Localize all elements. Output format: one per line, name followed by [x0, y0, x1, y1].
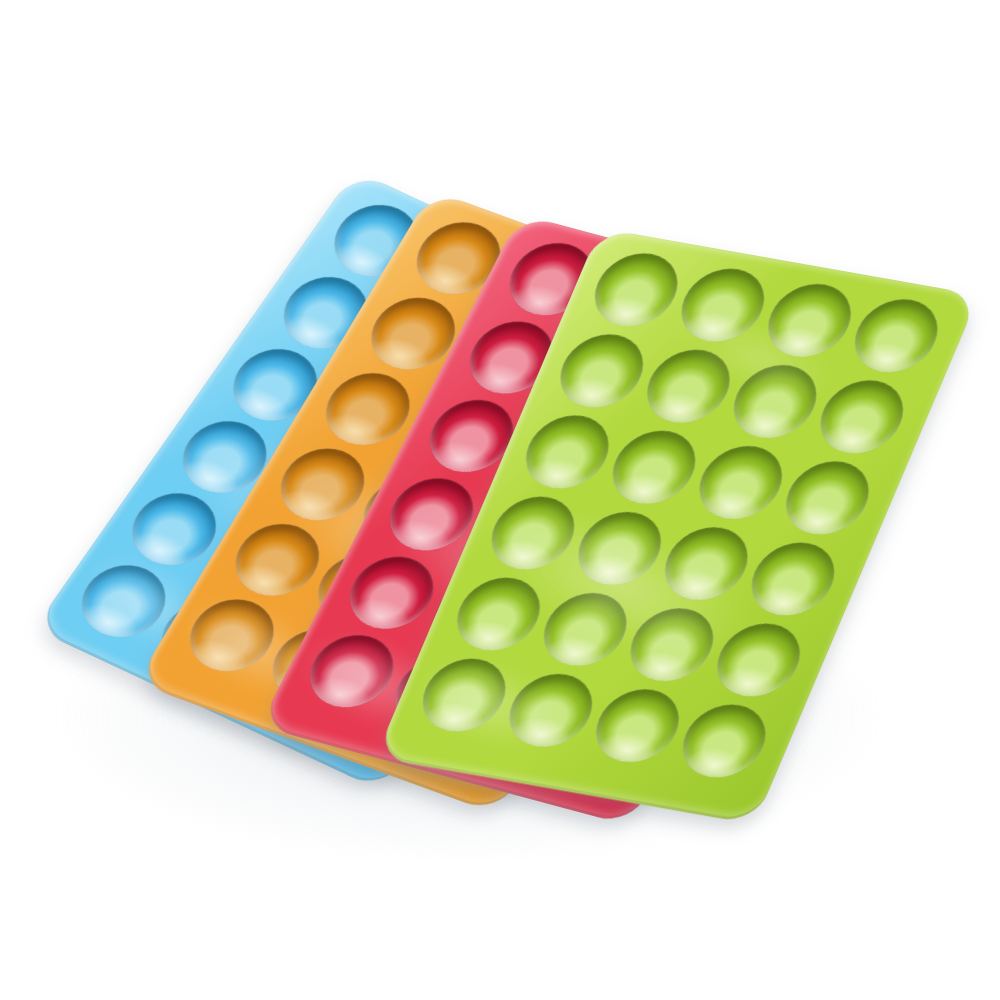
muffin-cup-cavity	[739, 536, 846, 621]
muffin-cup-cavity	[479, 490, 586, 575]
muffin-cup-cavity	[514, 409, 621, 494]
muffin-cup-cavity	[497, 668, 604, 753]
muffin-cup-cavity	[411, 652, 518, 737]
product-photo	[0, 0, 1000, 1000]
muffin-cup-cavity	[445, 571, 552, 656]
muffin-cup-cavity	[548, 328, 655, 413]
muffin-cup-cavity	[843, 293, 950, 378]
muffin-cup-cavity	[618, 602, 725, 687]
muffin-cup-cavity	[756, 278, 863, 363]
muffin-cup-cavity	[635, 343, 742, 428]
muffin-cup-cavity	[566, 506, 673, 591]
muffin-cup-cavity	[808, 374, 915, 459]
muffin-cup-cavity	[532, 587, 639, 672]
muffin-cup-cavity	[669, 262, 776, 347]
muffin-cup-cavity	[722, 359, 829, 444]
muffin-cup-cavity	[583, 247, 690, 332]
muffin-cup-cavity	[671, 698, 778, 783]
muffin-cup-cavity	[600, 425, 707, 510]
muffin-cup-cavity	[584, 683, 691, 768]
muffin-cup-cavity	[653, 521, 760, 606]
muffin-cup-cavity	[705, 617, 812, 702]
muffin-cup-cavity	[687, 440, 794, 525]
muffin-cup-cavity	[296, 626, 407, 716]
muffin-cup-cavity	[774, 455, 881, 540]
